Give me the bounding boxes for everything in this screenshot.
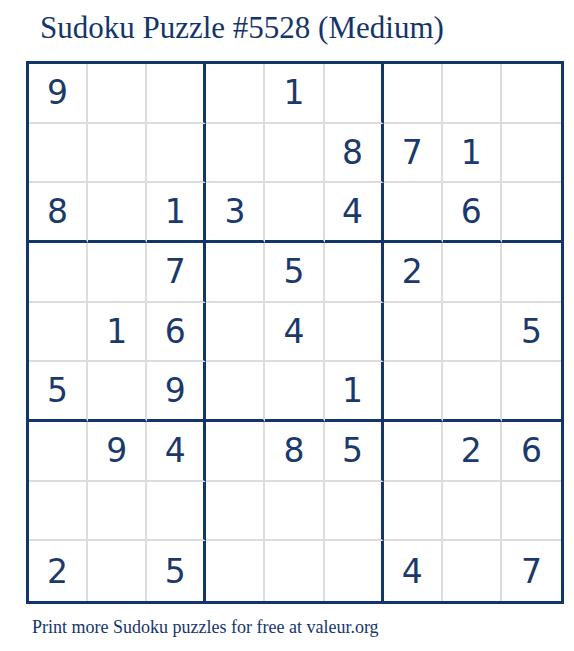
cell-r3c4[interactable]: 3 [206,183,265,243]
cell-r8c5[interactable] [265,482,324,542]
cell-r1c3[interactable] [147,64,206,124]
cell-r7c2[interactable]: 9 [88,422,147,482]
cell-r3c2[interactable] [88,183,147,243]
cell-r3c7[interactable] [384,183,443,243]
cell-r7c6[interactable]: 5 [325,422,384,482]
cell-r5c6[interactable] [325,303,384,363]
cell-r4c8[interactable] [443,243,502,303]
cell-r4c7[interactable]: 2 [384,243,443,303]
cell-r3c5[interactable] [265,183,324,243]
cell-r4c3[interactable]: 7 [147,243,206,303]
cell-r6c4[interactable] [206,362,265,422]
cell-r6c6[interactable]: 1 [325,362,384,422]
sudoku-board: 918718134675216455919485262547 [26,61,564,604]
cell-r9c8[interactable] [443,541,502,601]
cell-r8c9[interactable] [502,482,561,542]
cell-r8c4[interactable] [206,482,265,542]
cell-r7c7[interactable] [384,422,443,482]
cell-r1c7[interactable] [384,64,443,124]
cell-r9c4[interactable] [206,541,265,601]
cell-r4c1[interactable] [29,243,88,303]
cell-r7c4[interactable] [206,422,265,482]
cell-r2c8[interactable]: 1 [443,124,502,184]
cell-r1c6[interactable] [325,64,384,124]
cell-r9c9[interactable]: 7 [502,541,561,601]
cell-r2c3[interactable] [147,124,206,184]
cell-r5c2[interactable]: 1 [88,303,147,363]
cell-r9c5[interactable] [265,541,324,601]
cell-r2c1[interactable] [29,124,88,184]
cell-r2c2[interactable] [88,124,147,184]
cell-r4c5[interactable]: 5 [265,243,324,303]
cell-r5c5[interactable]: 4 [265,303,324,363]
cell-r1c5[interactable]: 1 [265,64,324,124]
cell-r9c7[interactable]: 4 [384,541,443,601]
cell-r6c1[interactable]: 5 [29,362,88,422]
cell-r2c4[interactable] [206,124,265,184]
cell-r5c7[interactable] [384,303,443,363]
page-title: Sudoku Puzzle #5528 (Medium) [40,10,444,46]
cell-r1c1[interactable]: 9 [29,64,88,124]
cell-r5c3[interactable]: 6 [147,303,206,363]
cell-r2c6[interactable]: 8 [325,124,384,184]
cell-r3c6[interactable]: 4 [325,183,384,243]
cell-r2c5[interactable] [265,124,324,184]
cell-r9c6[interactable] [325,541,384,601]
cell-r3c8[interactable]: 6 [443,183,502,243]
cell-r5c4[interactable] [206,303,265,363]
footer-credit: Print more Sudoku puzzles for free at va… [32,617,379,638]
cell-r3c3[interactable]: 1 [147,183,206,243]
cell-r1c9[interactable] [502,64,561,124]
cell-r5c1[interactable] [29,303,88,363]
cell-r7c5[interactable]: 8 [265,422,324,482]
cell-r1c8[interactable] [443,64,502,124]
cell-r4c6[interactable] [325,243,384,303]
cell-r6c8[interactable] [443,362,502,422]
cell-r8c8[interactable] [443,482,502,542]
cell-r6c7[interactable] [384,362,443,422]
cell-r7c8[interactable]: 2 [443,422,502,482]
cell-r9c2[interactable] [88,541,147,601]
cell-r2c7[interactable]: 7 [384,124,443,184]
cell-r6c9[interactable] [502,362,561,422]
cell-r8c3[interactable] [147,482,206,542]
cell-r9c1[interactable]: 2 [29,541,88,601]
cell-r8c2[interactable] [88,482,147,542]
cell-r3c1[interactable]: 8 [29,183,88,243]
cell-r3c9[interactable] [502,183,561,243]
cell-r4c2[interactable] [88,243,147,303]
cell-r4c9[interactable] [502,243,561,303]
cell-r7c3[interactable]: 4 [147,422,206,482]
cell-r6c2[interactable] [88,362,147,422]
cell-r5c9[interactable]: 5 [502,303,561,363]
cell-r1c4[interactable] [206,64,265,124]
cell-r5c8[interactable] [443,303,502,363]
cell-r7c1[interactable] [29,422,88,482]
cell-r2c9[interactable] [502,124,561,184]
cell-r1c2[interactable] [88,64,147,124]
cell-r8c6[interactable] [325,482,384,542]
cell-r6c3[interactable]: 9 [147,362,206,422]
cell-r6c5[interactable] [265,362,324,422]
cell-r8c1[interactable] [29,482,88,542]
cell-r9c3[interactable]: 5 [147,541,206,601]
cell-r8c7[interactable] [384,482,443,542]
cell-r4c4[interactable] [206,243,265,303]
cell-r7c9[interactable]: 6 [502,422,561,482]
